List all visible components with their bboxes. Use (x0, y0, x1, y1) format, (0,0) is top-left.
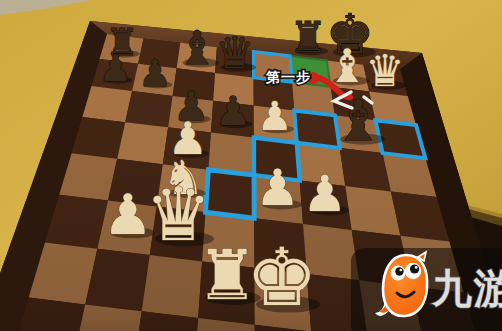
pawn-e6[interactable]: ♟ (257, 93, 293, 139)
pawn-b7[interactable]: ♟ (138, 52, 171, 95)
pawn-e4[interactable]: ♟ (255, 159, 300, 217)
captured-black-rook[interactable]: ♜ (289, 13, 327, 62)
pawn-f4[interactable]: ♟ (303, 165, 348, 223)
bishop-c8[interactable]: ♝ (177, 21, 218, 75)
pawn-a7[interactable]: ♟ (99, 47, 132, 90)
queen-d8[interactable]: ♛ (215, 27, 254, 78)
king-e2[interactable]: ♚ (246, 231, 318, 324)
square-b6[interactable] (125, 91, 172, 127)
watermark-text: 九游 (431, 265, 502, 311)
board-scene: ♜♚♜♝♛♟♝♟♛♟♟♟♝♟♞♟♟♟♛♜♚ 第一步 (0, 0, 502, 331)
pawn-d6[interactable]: ♟ (215, 88, 251, 134)
chess-game-screenshot: ♜♚♜♝♛♟♝♟♛♟♟♟♝♟♞♟♟♟♛♜♚ 第一步 (0, 0, 502, 331)
watermark: 九游 (351, 248, 502, 331)
tutorial-step-label: 第一步 (265, 69, 311, 85)
